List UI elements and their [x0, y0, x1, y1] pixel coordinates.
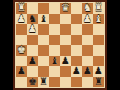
square-e6[interactable]: ♝: [49, 56, 60, 67]
square-b3[interactable]: [82, 24, 93, 35]
square-d6[interactable]: ♟: [60, 56, 71, 67]
white-king-icon: ♚: [16, 45, 27, 56]
square-e4[interactable]: [49, 35, 60, 46]
square-h3[interactable]: [16, 24, 27, 35]
square-e2[interactable]: [49, 14, 60, 25]
black-pawn-icon: ♟: [27, 56, 38, 67]
square-b5[interactable]: [82, 45, 93, 56]
square-h8[interactable]: [16, 77, 27, 88]
square-d4[interactable]: [60, 35, 71, 46]
square-e5[interactable]: [49, 45, 60, 56]
square-c1[interactable]: [71, 3, 82, 14]
white-pawn-icon: ♟: [16, 14, 27, 25]
square-d8[interactable]: [60, 77, 71, 88]
square-g5[interactable]: [27, 45, 38, 56]
square-c7[interactable]: ♟: [71, 66, 82, 77]
square-d7[interactable]: [60, 66, 71, 77]
white-rook-icon: ♜: [93, 3, 104, 14]
black-king-icon: ♚: [27, 77, 38, 88]
square-g8[interactable]: ♚: [27, 77, 38, 88]
square-a8[interactable]: ♜: [93, 77, 104, 88]
square-f4[interactable]: [38, 35, 49, 46]
square-g1[interactable]: [27, 3, 38, 14]
white-knight-icon: ♞: [82, 3, 93, 14]
square-e7[interactable]: [49, 66, 60, 77]
square-b4[interactable]: [82, 35, 93, 46]
square-b7[interactable]: ♟: [82, 66, 93, 77]
square-c5[interactable]: [71, 45, 82, 56]
black-pawn-icon: ♟: [16, 66, 27, 77]
square-d2[interactable]: [60, 14, 71, 25]
square-e1[interactable]: [49, 3, 60, 14]
square-c2[interactable]: [71, 14, 82, 25]
square-f6[interactable]: [38, 56, 49, 67]
black-pawn-icon: ♟: [71, 66, 82, 77]
square-f7[interactable]: [38, 66, 49, 77]
square-f2[interactable]: ♝: [38, 14, 49, 25]
square-g4[interactable]: [27, 35, 38, 46]
chess-board-border: ♜♛♞♜♟♞♝♟♝♟♚♟♝♟♟♟♟♟♚♜♜: [15, 2, 105, 88]
square-e8[interactable]: [49, 77, 60, 88]
square-h1[interactable]: ♜: [16, 3, 27, 14]
square-d1[interactable]: ♛: [60, 3, 71, 14]
white-pawn-icon: ♟: [82, 14, 93, 25]
square-g7[interactable]: [27, 66, 38, 77]
square-f5[interactable]: [38, 45, 49, 56]
square-d5[interactable]: [60, 45, 71, 56]
black-bishop-icon: ♝: [49, 56, 60, 67]
thumbnail-stage: ♜♛♞♜♟♞♝♟♝♟♚♟♝♟♟♟♟♟♚♜♜: [0, 0, 120, 90]
white-bishop-icon: ♝: [93, 14, 104, 25]
square-g3[interactable]: ♟: [27, 24, 38, 35]
white-queen-icon: ♛: [60, 3, 71, 14]
square-d3[interactable]: [60, 24, 71, 35]
square-h2[interactable]: ♟: [16, 14, 27, 25]
black-bishop-icon: ♝: [38, 14, 49, 25]
square-a5[interactable]: [93, 45, 104, 56]
square-a2[interactable]: ♝: [93, 14, 104, 25]
square-a3[interactable]: [93, 24, 104, 35]
square-f3[interactable]: [38, 24, 49, 35]
white-pawn-icon: ♟: [27, 24, 38, 35]
square-e3[interactable]: [49, 24, 60, 35]
black-pawn-icon: ♟: [60, 56, 71, 67]
chess-board[interactable]: ♜♛♞♜♟♞♝♟♝♟♚♟♝♟♟♟♟♟♚♜♜: [16, 3, 104, 87]
square-b1[interactable]: ♞: [82, 3, 93, 14]
square-a7[interactable]: ♟: [93, 66, 104, 77]
black-pawn-icon: ♟: [93, 66, 104, 77]
square-b8[interactable]: [82, 77, 93, 88]
black-rook-icon: ♜: [93, 77, 104, 88]
square-h5[interactable]: ♚: [16, 45, 27, 56]
square-b2[interactable]: ♟: [82, 14, 93, 25]
square-c3[interactable]: [71, 24, 82, 35]
square-g6[interactable]: ♟: [27, 56, 38, 67]
square-a1[interactable]: ♜: [93, 3, 104, 14]
square-c4[interactable]: [71, 35, 82, 46]
black-pawn-icon: ♟: [82, 66, 93, 77]
black-rook-icon: ♜: [38, 77, 49, 88]
chess-board-frame: ♜♛♞♜♟♞♝♟♝♟♚♟♝♟♟♟♟♟♚♜♜: [13, 0, 107, 90]
square-c8[interactable]: [71, 77, 82, 88]
square-f1[interactable]: [38, 3, 49, 14]
white-rook-icon: ♜: [16, 3, 27, 14]
square-f8[interactable]: ♜: [38, 77, 49, 88]
square-h7[interactable]: ♟: [16, 66, 27, 77]
square-a4[interactable]: [93, 35, 104, 46]
